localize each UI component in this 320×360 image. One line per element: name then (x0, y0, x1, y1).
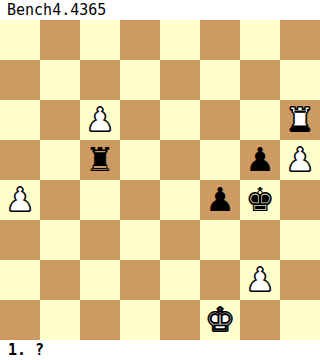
piece-white-rook: ♜ (285, 100, 315, 140)
square-d5[interactable] (120, 140, 160, 180)
square-a2[interactable] (0, 260, 40, 300)
chess-board: ♟♜♜♟♟♟♟♚♟♚ (0, 20, 320, 340)
square-e8[interactable] (160, 20, 200, 60)
square-d4[interactable] (120, 180, 160, 220)
square-d8[interactable] (120, 20, 160, 60)
square-h4[interactable] (280, 180, 320, 220)
square-c2[interactable] (80, 260, 120, 300)
square-f7[interactable] (200, 60, 240, 100)
square-d1[interactable] (120, 300, 160, 340)
square-g8[interactable] (240, 20, 280, 60)
square-b5[interactable] (40, 140, 80, 180)
square-e1[interactable] (160, 300, 200, 340)
square-h3[interactable] (280, 220, 320, 260)
piece-black-pawn: ♟ (245, 140, 275, 180)
square-e7[interactable] (160, 60, 200, 100)
piece-white-king: ♚ (205, 300, 235, 340)
move-prompt: 1. ? (0, 340, 320, 360)
square-d2[interactable] (120, 260, 160, 300)
square-f5[interactable] (200, 140, 240, 180)
square-g1[interactable] (240, 300, 280, 340)
square-e2[interactable] (160, 260, 200, 300)
square-c4[interactable] (80, 180, 120, 220)
square-f2[interactable] (200, 260, 240, 300)
piece-white-pawn: ♟ (245, 260, 275, 300)
piece-white-pawn: ♟ (285, 140, 315, 180)
square-c6[interactable]: ♟ (80, 100, 120, 140)
square-b1[interactable] (40, 300, 80, 340)
square-a1[interactable] (0, 300, 40, 340)
square-f4[interactable]: ♟ (200, 180, 240, 220)
square-g3[interactable] (240, 220, 280, 260)
diagram-title: Bench4.4365 (0, 0, 320, 20)
square-g4[interactable]: ♚ (240, 180, 280, 220)
square-a3[interactable] (0, 220, 40, 260)
square-b6[interactable] (40, 100, 80, 140)
square-b7[interactable] (40, 60, 80, 100)
square-b2[interactable] (40, 260, 80, 300)
square-f8[interactable] (200, 20, 240, 60)
square-e4[interactable] (160, 180, 200, 220)
square-g7[interactable] (240, 60, 280, 100)
square-f1[interactable]: ♚ (200, 300, 240, 340)
square-d6[interactable] (120, 100, 160, 140)
piece-white-pawn: ♟ (85, 100, 115, 140)
square-d7[interactable] (120, 60, 160, 100)
square-c5[interactable]: ♜ (80, 140, 120, 180)
square-h2[interactable] (280, 260, 320, 300)
square-b8[interactable] (40, 20, 80, 60)
square-a8[interactable] (0, 20, 40, 60)
square-g6[interactable] (240, 100, 280, 140)
piece-black-pawn: ♟ (205, 180, 235, 220)
square-h6[interactable]: ♜ (280, 100, 320, 140)
square-a7[interactable] (0, 60, 40, 100)
square-c8[interactable] (80, 20, 120, 60)
square-e5[interactable] (160, 140, 200, 180)
square-d3[interactable] (120, 220, 160, 260)
piece-black-king: ♚ (245, 180, 275, 220)
square-a6[interactable] (0, 100, 40, 140)
square-h8[interactable] (280, 20, 320, 60)
square-e6[interactable] (160, 100, 200, 140)
square-e3[interactable] (160, 220, 200, 260)
square-g5[interactable]: ♟ (240, 140, 280, 180)
square-g2[interactable]: ♟ (240, 260, 280, 300)
square-b4[interactable] (40, 180, 80, 220)
piece-black-rook: ♜ (85, 140, 115, 180)
square-f3[interactable] (200, 220, 240, 260)
square-f6[interactable] (200, 100, 240, 140)
square-h7[interactable] (280, 60, 320, 100)
piece-white-pawn: ♟ (5, 180, 35, 220)
square-a5[interactable] (0, 140, 40, 180)
square-c1[interactable] (80, 300, 120, 340)
square-h1[interactable] (280, 300, 320, 340)
square-b3[interactable] (40, 220, 80, 260)
square-c3[interactable] (80, 220, 120, 260)
square-a4[interactable]: ♟ (0, 180, 40, 220)
square-h5[interactable]: ♟ (280, 140, 320, 180)
square-c7[interactable] (80, 60, 120, 100)
